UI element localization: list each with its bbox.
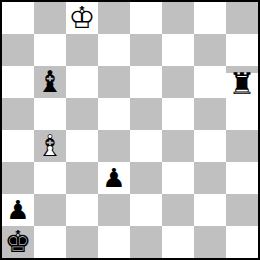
square-e4[interactable]: [130, 130, 162, 162]
black-pawn: ♟: [102, 165, 125, 191]
square-a1[interactable]: ♚: [2, 226, 34, 258]
square-e7[interactable]: [130, 34, 162, 66]
square-h4[interactable]: [226, 130, 258, 162]
square-h5[interactable]: [226, 98, 258, 130]
square-c3[interactable]: [66, 162, 98, 194]
square-d1[interactable]: [98, 226, 130, 258]
square-d2[interactable]: [98, 194, 130, 226]
square-e8[interactable]: [130, 2, 162, 34]
black-king: ♚: [5, 227, 32, 257]
square-h6[interactable]: ♜: [226, 66, 258, 98]
white-king-outline: ♔: [69, 0, 96, 35]
square-c1[interactable]: [66, 226, 98, 258]
square-b8[interactable]: [34, 2, 66, 34]
square-c6[interactable]: [66, 66, 98, 98]
square-e3[interactable]: [130, 162, 162, 194]
square-d4[interactable]: [98, 130, 130, 162]
white-bishop: ♝♗: [37, 131, 64, 161]
square-a3[interactable]: [2, 162, 34, 194]
square-e5[interactable]: [130, 98, 162, 130]
square-d6[interactable]: [98, 66, 130, 98]
square-g6[interactable]: [194, 66, 226, 98]
square-c7[interactable]: [66, 34, 98, 66]
square-f6[interactable]: [162, 66, 194, 98]
square-f8[interactable]: [162, 2, 194, 34]
black-bishop: ♝: [37, 67, 64, 97]
square-h3[interactable]: [226, 162, 258, 194]
square-b6[interactable]: ♝: [34, 66, 66, 98]
square-g7[interactable]: [194, 34, 226, 66]
square-h7[interactable]: [226, 34, 258, 66]
square-b2[interactable]: [34, 194, 66, 226]
square-f4[interactable]: [162, 130, 194, 162]
square-b1[interactable]: [34, 226, 66, 258]
square-h2[interactable]: [226, 194, 258, 226]
square-c8[interactable]: ♚♔: [66, 2, 98, 34]
square-e2[interactable]: [130, 194, 162, 226]
square-c2[interactable]: [66, 194, 98, 226]
square-h8[interactable]: [226, 2, 258, 34]
square-f5[interactable]: [162, 98, 194, 130]
square-c4[interactable]: [66, 130, 98, 162]
square-d7[interactable]: [98, 34, 130, 66]
square-a6[interactable]: [2, 66, 34, 98]
square-g5[interactable]: [194, 98, 226, 130]
square-a7[interactable]: [2, 34, 34, 66]
square-g3[interactable]: [194, 162, 226, 194]
square-d8[interactable]: [98, 2, 130, 34]
square-b7[interactable]: [34, 34, 66, 66]
square-a8[interactable]: [2, 2, 34, 34]
square-b4[interactable]: ♝♗: [34, 130, 66, 162]
square-b3[interactable]: [34, 162, 66, 194]
chess-board: ♚♔♝♜♝♗♟♟♚: [0, 0, 260, 260]
square-g8[interactable]: [194, 2, 226, 34]
square-a5[interactable]: [2, 98, 34, 130]
white-bishop-outline: ♗: [37, 128, 64, 163]
square-d5[interactable]: [98, 98, 130, 130]
square-f7[interactable]: [162, 34, 194, 66]
square-c5[interactable]: [66, 98, 98, 130]
square-e1[interactable]: [130, 226, 162, 258]
square-a2[interactable]: ♟: [2, 194, 34, 226]
white-king: ♚♔: [69, 3, 96, 33]
square-f1[interactable]: [162, 226, 194, 258]
square-g1[interactable]: [194, 226, 226, 258]
square-h1[interactable]: [226, 226, 258, 258]
square-a4[interactable]: [2, 130, 34, 162]
black-pawn: ♟: [6, 197, 29, 223]
square-b5[interactable]: [34, 98, 66, 130]
black-rook: ♜: [229, 69, 256, 99]
square-g4[interactable]: [194, 130, 226, 162]
square-f2[interactable]: [162, 194, 194, 226]
square-g2[interactable]: [194, 194, 226, 226]
square-f3[interactable]: [162, 162, 194, 194]
square-e6[interactable]: [130, 66, 162, 98]
square-d3[interactable]: ♟: [98, 162, 130, 194]
